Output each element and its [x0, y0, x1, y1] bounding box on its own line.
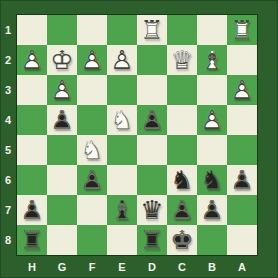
file-label-a: A	[227, 257, 257, 277]
square-f1[interactable]	[77, 15, 107, 45]
rank-label-2: 2	[0, 45, 16, 75]
file-label-b: B	[197, 257, 227, 277]
rank-label-1: 1	[0, 15, 16, 45]
piece-white-pawn[interactable]: ♟♙	[107, 45, 137, 75]
black-pawn-outline: ♙	[17, 195, 47, 225]
white-pawn-outline: ♙	[47, 75, 77, 105]
piece-black-knight[interactable]: ♞♘	[197, 165, 227, 195]
square-g5[interactable]	[47, 135, 77, 165]
square-e4[interactable]: ♞♘	[107, 105, 137, 135]
white-pawn-outline: ♙	[227, 75, 257, 105]
square-c5[interactable]	[167, 135, 197, 165]
black-knight-outline: ♘	[197, 165, 227, 195]
square-h8[interactable]: ♜♖	[17, 225, 47, 255]
piece-white-pawn[interactable]: ♟♙	[47, 75, 77, 105]
rank-labels-column: 12345678	[0, 15, 17, 255]
piece-black-knight[interactable]: ♞♘	[167, 165, 197, 195]
black-knight-outline: ♘	[167, 165, 197, 195]
square-b1[interactable]	[197, 15, 227, 45]
square-c2[interactable]: ♛♕	[167, 45, 197, 75]
piece-black-bishop[interactable]: ♝♗	[107, 195, 137, 225]
piece-black-pawn[interactable]: ♟♙	[47, 105, 77, 135]
piece-black-queen[interactable]: ♛♕	[137, 195, 167, 225]
white-king-outline: ♔	[47, 45, 77, 75]
square-b6[interactable]: ♞♘	[197, 165, 227, 195]
piece-white-rook[interactable]: ♜♖	[227, 15, 257, 45]
square-h3[interactable]	[17, 75, 47, 105]
square-d2[interactable]	[137, 45, 167, 75]
square-e6[interactable]	[107, 165, 137, 195]
rank-label-8: 8	[0, 225, 16, 255]
square-g8[interactable]	[47, 225, 77, 255]
black-pawn-outline: ♙	[137, 105, 167, 135]
piece-black-king[interactable]: ♚♔	[167, 225, 197, 255]
square-e8[interactable]	[107, 225, 137, 255]
square-a6[interactable]: ♟♙	[227, 165, 257, 195]
piece-white-knight[interactable]: ♞♘	[107, 105, 137, 135]
square-a2[interactable]	[227, 45, 257, 75]
square-g2[interactable]: ♚♔	[47, 45, 77, 75]
square-f7[interactable]	[77, 195, 107, 225]
square-g7[interactable]	[47, 195, 77, 225]
black-king-outline: ♔	[167, 225, 197, 255]
piece-white-king[interactable]: ♚♔	[47, 45, 77, 75]
black-queen-outline: ♕	[137, 195, 167, 225]
square-h2[interactable]: ♟♙	[17, 45, 47, 75]
piece-white-knight[interactable]: ♞♘	[77, 135, 107, 165]
file-label-e: E	[107, 257, 137, 277]
rank-label-4: 4	[0, 105, 16, 135]
square-c7[interactable]: ♟♙	[167, 195, 197, 225]
rank-label-7: 7	[0, 195, 16, 225]
square-f8[interactable]	[77, 225, 107, 255]
square-g4[interactable]: ♟♙	[47, 105, 77, 135]
piece-white-pawn[interactable]: ♟♙	[227, 75, 257, 105]
piece-black-pawn[interactable]: ♟♙	[167, 195, 197, 225]
square-c4[interactable]	[167, 105, 197, 135]
white-knight-outline: ♘	[77, 135, 107, 165]
square-c8[interactable]: ♚♔	[167, 225, 197, 255]
square-g3[interactable]: ♟♙	[47, 75, 77, 105]
black-pawn-outline: ♙	[197, 195, 227, 225]
piece-black-pawn[interactable]: ♟♙	[77, 165, 107, 195]
square-d4[interactable]: ♟♙	[137, 105, 167, 135]
square-f3[interactable]	[77, 75, 107, 105]
square-h1[interactable]	[17, 15, 47, 45]
square-e3[interactable]	[107, 75, 137, 105]
piece-white-pawn[interactable]: ♟♙	[197, 105, 227, 135]
piece-white-pawn[interactable]: ♟♙	[77, 45, 107, 75]
piece-black-rook[interactable]: ♜♖	[17, 225, 47, 255]
rank-label-5: 5	[0, 135, 16, 165]
square-h4[interactable]	[17, 105, 47, 135]
square-b2[interactable]: ♝♗	[197, 45, 227, 75]
piece-white-rook[interactable]: ♜♖	[137, 15, 167, 45]
file-labels-row: HGFEDCBA	[17, 255, 257, 278]
square-e5[interactable]	[107, 135, 137, 165]
square-d3[interactable]	[137, 75, 167, 105]
black-pawn-outline: ♙	[167, 195, 197, 225]
square-d8[interactable]: ♜♖	[137, 225, 167, 255]
chess-board-frame: 12345678 ♜♖♜♖♟♙♚♔♟♙♟♙♛♕♝♗♟♙♟♙♟♙♞♘♟♙♟♙♞♘♟…	[0, 0, 278, 278]
square-h5[interactable]	[17, 135, 47, 165]
square-e2[interactable]: ♟♙	[107, 45, 137, 75]
piece-white-pawn[interactable]: ♟♙	[17, 45, 47, 75]
square-d5[interactable]	[137, 135, 167, 165]
piece-black-rook[interactable]: ♜♖	[137, 225, 167, 255]
square-a5[interactable]	[227, 135, 257, 165]
white-pawn-outline: ♙	[77, 45, 107, 75]
white-pawn-outline: ♙	[107, 45, 137, 75]
square-a8[interactable]	[227, 225, 257, 255]
piece-black-pawn[interactable]: ♟♙	[17, 195, 47, 225]
rank-label-3: 3	[0, 75, 16, 105]
square-a4[interactable]	[227, 105, 257, 135]
square-b3[interactable]	[197, 75, 227, 105]
square-e1[interactable]	[107, 15, 137, 45]
square-f4[interactable]	[77, 105, 107, 135]
square-c3[interactable]	[167, 75, 197, 105]
black-rook-outline: ♖	[17, 225, 47, 255]
file-label-d: D	[137, 257, 167, 277]
white-rook-outline: ♖	[137, 15, 167, 45]
rank-label-6: 6	[0, 165, 16, 195]
square-d6[interactable]	[137, 165, 167, 195]
black-bishop-outline: ♗	[107, 195, 137, 225]
black-pawn-outline: ♙	[47, 105, 77, 135]
file-label-f: F	[77, 257, 107, 277]
piece-black-pawn[interactable]: ♟♙	[197, 195, 227, 225]
piece-white-bishop[interactable]: ♝♗	[197, 45, 227, 75]
square-f5[interactable]: ♞♘	[77, 135, 107, 165]
piece-black-pawn[interactable]: ♟♙	[227, 165, 257, 195]
black-pawn-outline: ♙	[77, 165, 107, 195]
square-f2[interactable]: ♟♙	[77, 45, 107, 75]
square-d1[interactable]: ♜♖	[137, 15, 167, 45]
square-d7[interactable]: ♛♕	[137, 195, 167, 225]
square-f6[interactable]: ♟♙	[77, 165, 107, 195]
square-a3[interactable]: ♟♙	[227, 75, 257, 105]
piece-white-queen[interactable]: ♛♕	[167, 45, 197, 75]
piece-black-pawn[interactable]: ♟♙	[137, 105, 167, 135]
file-label-g: G	[47, 257, 77, 277]
square-b5[interactable]	[197, 135, 227, 165]
square-c6[interactable]: ♞♘	[167, 165, 197, 195]
black-rook-outline: ♖	[137, 225, 167, 255]
file-label-h: H	[17, 257, 47, 277]
square-h7[interactable]: ♟♙	[17, 195, 47, 225]
square-b4[interactable]: ♟♙	[197, 105, 227, 135]
board-grid[interactable]: ♜♖♜♖♟♙♚♔♟♙♟♙♛♕♝♗♟♙♟♙♟♙♞♘♟♙♟♙♞♘♟♙♞♘♞♘♟♙♟♙…	[17, 15, 257, 255]
white-pawn-outline: ♙	[17, 45, 47, 75]
square-a1[interactable]: ♜♖	[227, 15, 257, 45]
square-h6[interactable]	[17, 165, 47, 195]
square-b7[interactable]: ♟♙	[197, 195, 227, 225]
white-bishop-outline: ♗	[197, 45, 227, 75]
square-c1[interactable]	[167, 15, 197, 45]
white-pawn-outline: ♙	[197, 105, 227, 135]
square-g1[interactable]	[47, 15, 77, 45]
white-knight-outline: ♘	[107, 105, 137, 135]
square-b8[interactable]	[197, 225, 227, 255]
square-g6[interactable]	[47, 165, 77, 195]
white-rook-outline: ♖	[227, 15, 257, 45]
white-queen-outline: ♕	[167, 45, 197, 75]
black-pawn-outline: ♙	[227, 165, 257, 195]
file-label-c: C	[167, 257, 197, 277]
square-a7[interactable]	[227, 195, 257, 225]
square-e7[interactable]: ♝♗	[107, 195, 137, 225]
